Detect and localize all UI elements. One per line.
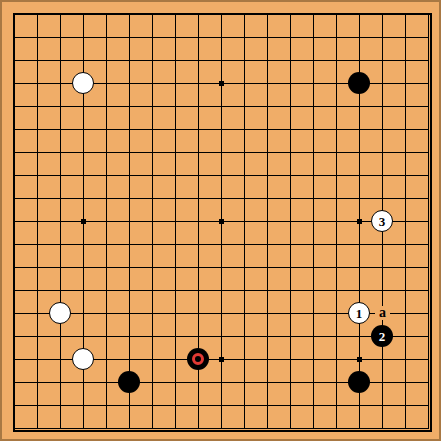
star-point [81,219,86,224]
black-stone [348,371,370,393]
white-stone [49,302,71,324]
star-point [219,81,224,86]
star-point [219,357,224,362]
point-label-a: a [375,306,390,320]
move-number-label: 3 [379,215,386,228]
go-board: a312 [0,0,441,441]
move-number-label: 1 [356,307,363,320]
white-stone [72,348,94,370]
move-number-label: 2 [379,330,386,343]
black-stone: 2 [371,325,393,347]
black-stone [118,371,140,393]
circle-marker-icon [192,353,204,365]
star-point [357,219,362,224]
black-stone [187,348,209,370]
white-stone: 3 [371,210,393,232]
black-stone [348,72,370,94]
white-stone: 1 [348,302,370,324]
star-point [219,219,224,224]
star-point [357,357,362,362]
white-stone [72,72,94,94]
